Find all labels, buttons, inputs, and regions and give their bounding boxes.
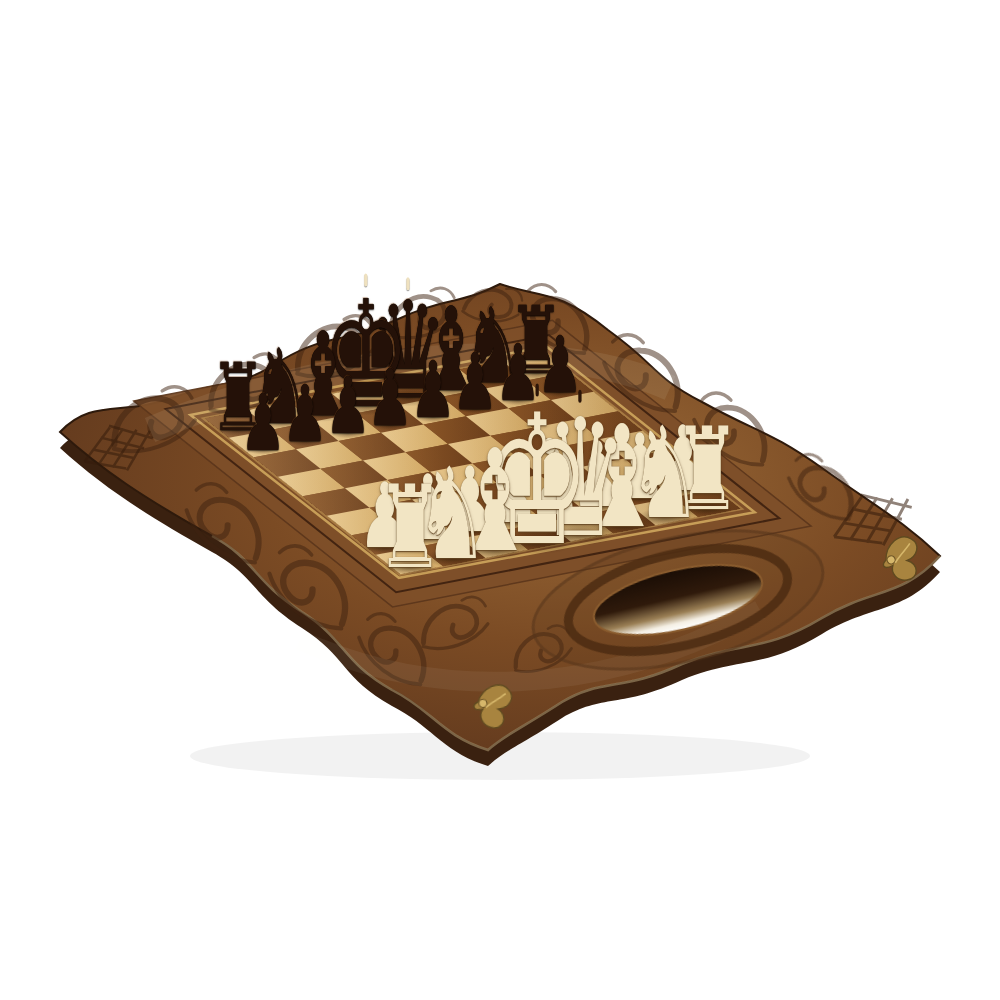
white-rook-h1[interactable]: ♜ <box>376 470 444 584</box>
black-pawn-d7[interactable]: ♟ <box>409 351 455 429</box>
product-photo: ♜♞♝♚♛♝♞♜♟♟♟♟♟♟♟♟♟♟♟♟♟♟♟♟♜♞♝♚♛♝♞♜ <box>0 0 1000 1000</box>
finial-tip <box>535 383 538 396</box>
finial-tip <box>364 274 367 287</box>
black-pawn-e7[interactable]: ♟ <box>367 359 413 437</box>
black-pawn-g7[interactable]: ♟ <box>282 375 328 453</box>
black-pawn-f7[interactable]: ♟ <box>324 367 370 445</box>
black-pawn-h7[interactable]: ♟ <box>239 384 285 462</box>
